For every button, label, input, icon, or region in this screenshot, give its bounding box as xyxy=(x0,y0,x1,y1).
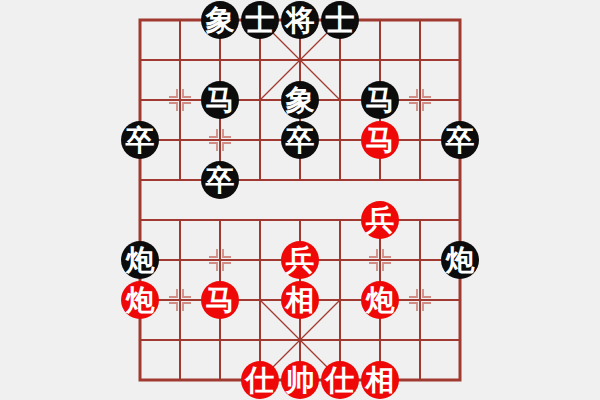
piece-red-horse[interactable]: 马 xyxy=(201,281,239,319)
piece-black-pawn[interactable]: 卒 xyxy=(441,121,479,159)
piece-red-soldier[interactable]: 兵 xyxy=(281,241,319,279)
piece-black-elephant[interactable]: 象 xyxy=(281,81,319,119)
piece-red-advisor[interactable]: 仕 xyxy=(241,361,279,399)
piece-black-cannon[interactable]: 炮 xyxy=(121,241,159,279)
pieces-layer: 象士将士马象马卒卒马卒卒兵炮兵炮炮马相炮仕帅仕相 xyxy=(0,0,600,400)
piece-black-cannon[interactable]: 炮 xyxy=(441,241,479,279)
piece-red-soldier[interactable]: 兵 xyxy=(361,201,399,239)
piece-red-elephant[interactable]: 相 xyxy=(281,281,319,319)
piece-black-advisor[interactable]: 士 xyxy=(321,1,359,39)
piece-black-advisor[interactable]: 士 xyxy=(241,1,279,39)
piece-red-advisor[interactable]: 仕 xyxy=(321,361,359,399)
piece-black-elephant[interactable]: 象 xyxy=(201,1,239,39)
piece-black-horse[interactable]: 马 xyxy=(201,81,239,119)
piece-red-cannon[interactable]: 炮 xyxy=(121,281,159,319)
piece-black-horse[interactable]: 马 xyxy=(361,81,399,119)
piece-red-cannon[interactable]: 炮 xyxy=(361,281,399,319)
piece-red-general[interactable]: 帅 xyxy=(281,361,319,399)
piece-black-pawn[interactable]: 卒 xyxy=(121,121,159,159)
piece-black-pawn[interactable]: 卒 xyxy=(281,121,319,159)
xiangqi-screenshot: 象士将士马象马卒卒马卒卒兵炮兵炮炮马相炮仕帅仕相 xyxy=(0,0,600,400)
piece-red-elephant[interactable]: 相 xyxy=(361,361,399,399)
piece-black-general[interactable]: 将 xyxy=(281,1,319,39)
piece-red-horse[interactable]: 马 xyxy=(361,121,399,159)
piece-black-pawn[interactable]: 卒 xyxy=(201,161,239,199)
